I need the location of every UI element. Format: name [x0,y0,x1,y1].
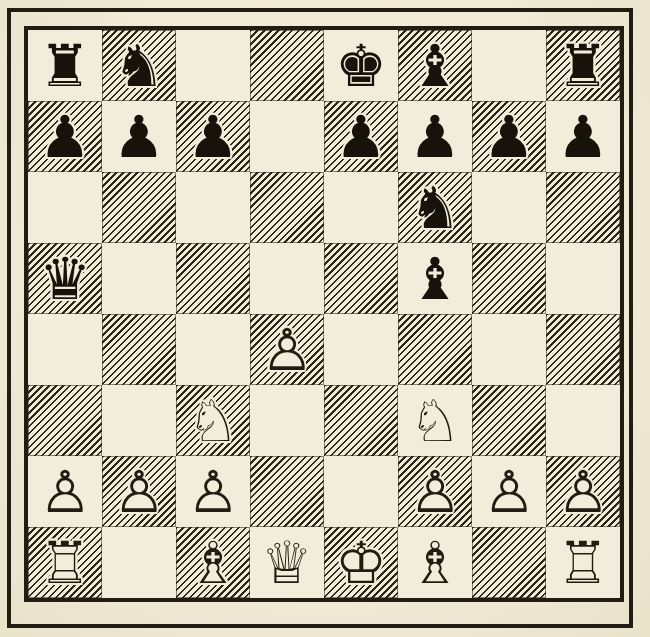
square-c6 [176,172,250,243]
white-pawn-glyph: ♙ [108,460,170,524]
piece-white-pawn: ♟♙ [552,460,614,524]
black-pawn-glyph: ♟ [330,105,392,169]
square-h8: ♜♜ [546,30,620,101]
piece-black-pawn: ♟♟ [404,105,466,169]
square-e8: ♚♚ [324,30,398,101]
square-c4 [176,314,250,385]
square-c1: ♝♗ [176,527,250,598]
square-c7: ♟♟ [176,101,250,172]
square-e4 [324,314,398,385]
square-f4 [398,314,472,385]
square-f7: ♟♟ [398,101,472,172]
square-d6 [250,172,324,243]
square-a7: ♟♟ [28,101,102,172]
piece-black-pawn: ♟♟ [478,105,540,169]
square-h2: ♟♙ [546,456,620,527]
black-pawn-glyph: ♟ [34,105,96,169]
square-c2: ♟♙ [176,456,250,527]
square-a4 [28,314,102,385]
piece-black-rook: ♜♜ [552,34,614,98]
square-b5 [102,243,176,314]
black-pawn-glyph: ♟ [108,105,170,169]
piece-white-pawn: ♟♙ [478,460,540,524]
black-pawn-glyph: ♟ [478,105,540,169]
square-g7: ♟♟ [472,101,546,172]
square-c8 [176,30,250,101]
square-b2: ♟♙ [102,456,176,527]
piece-white-bishop: ♝♗ [404,531,466,595]
piece-white-pawn: ♟♙ [108,460,170,524]
square-f3: ♞♘ [398,385,472,456]
square-d8 [250,30,324,101]
square-a6 [28,172,102,243]
white-rook-glyph: ♖ [34,531,96,595]
square-d4: ♟♙ [250,314,324,385]
piece-black-pawn: ♟♟ [330,105,392,169]
square-b3 [102,385,176,456]
white-king-glyph: ♔ [330,531,392,595]
square-b7: ♟♟ [102,101,176,172]
piece-white-king: ♚♔ [330,531,392,595]
piece-black-bishop: ♝♝ [404,247,466,311]
piece-black-knight: ♞♞ [108,34,170,98]
white-bishop-glyph: ♗ [182,531,244,595]
square-g8 [472,30,546,101]
piece-white-knight: ♞♘ [404,389,466,453]
black-queen-glyph: ♛ [34,247,96,311]
black-knight-glyph: ♞ [404,176,466,240]
square-h3 [546,385,620,456]
square-g6 [472,172,546,243]
piece-white-pawn: ♟♙ [404,460,466,524]
square-h4 [546,314,620,385]
square-a1: ♜♖ [28,527,102,598]
square-g3 [472,385,546,456]
square-d5 [250,243,324,314]
piece-black-knight: ♞♞ [404,176,466,240]
square-b1 [102,527,176,598]
white-pawn-glyph: ♙ [478,460,540,524]
white-pawn-glyph: ♙ [34,460,96,524]
square-h5 [546,243,620,314]
piece-black-pawn: ♟♟ [108,105,170,169]
square-e5 [324,243,398,314]
square-d1: ♛♕ [250,527,324,598]
piece-black-pawn: ♟♟ [182,105,244,169]
square-a5: ♛♛ [28,243,102,314]
black-knight-glyph: ♞ [108,34,170,98]
piece-white-queen: ♛♕ [256,531,318,595]
piece-black-king: ♚♚ [330,34,392,98]
piece-white-rook: ♜♖ [34,531,96,595]
black-pawn-glyph: ♟ [182,105,244,169]
square-e7: ♟♟ [324,101,398,172]
white-pawn-glyph: ♙ [552,460,614,524]
black-rook-glyph: ♜ [34,34,96,98]
square-b4 [102,314,176,385]
square-e1: ♚♔ [324,527,398,598]
square-f6: ♞♞ [398,172,472,243]
white-queen-glyph: ♕ [256,531,318,595]
square-a3 [28,385,102,456]
square-a2: ♟♙ [28,456,102,527]
square-g5 [472,243,546,314]
black-king-glyph: ♚ [330,34,392,98]
piece-white-bishop: ♝♗ [182,531,244,595]
piece-black-bishop: ♝♝ [404,34,466,98]
square-c3: ♞♘ [176,385,250,456]
piece-white-pawn: ♟♙ [256,318,318,382]
square-f8: ♝♝ [398,30,472,101]
square-g1 [472,527,546,598]
square-g2: ♟♙ [472,456,546,527]
square-h6 [546,172,620,243]
square-e3 [324,385,398,456]
square-f5: ♝♝ [398,243,472,314]
piece-black-queen: ♛♛ [34,247,96,311]
piece-white-rook: ♜♖ [552,531,614,595]
white-pawn-glyph: ♙ [182,460,244,524]
black-pawn-glyph: ♟ [552,105,614,169]
white-knight-glyph: ♘ [182,389,244,453]
square-f2: ♟♙ [398,456,472,527]
piece-white-knight: ♞♘ [182,389,244,453]
square-f1: ♝♗ [398,527,472,598]
white-bishop-glyph: ♗ [404,531,466,595]
square-d2 [250,456,324,527]
square-e6 [324,172,398,243]
black-bishop-glyph: ♝ [404,247,466,311]
square-c5 [176,243,250,314]
square-d3 [250,385,324,456]
white-knight-glyph: ♘ [404,389,466,453]
black-pawn-glyph: ♟ [404,105,466,169]
square-a8: ♜♜ [28,30,102,101]
square-h7: ♟♟ [546,101,620,172]
square-g4 [472,314,546,385]
square-b8: ♞♞ [102,30,176,101]
white-rook-glyph: ♖ [552,531,614,595]
square-d7 [250,101,324,172]
black-bishop-glyph: ♝ [404,34,466,98]
square-h1: ♜♖ [546,527,620,598]
white-pawn-glyph: ♙ [404,460,466,524]
piece-black-pawn: ♟♟ [34,105,96,169]
piece-white-pawn: ♟♙ [182,460,244,524]
black-rook-glyph: ♜ [552,34,614,98]
chessboard: ♜♜♞♞♚♚♝♝♜♜♟♟♟♟♟♟♟♟♟♟♟♟♟♟♞♞♛♛♝♝♟♙♞♘♞♘♟♙♟♙… [24,26,624,602]
square-b6 [102,172,176,243]
piece-white-pawn: ♟♙ [34,460,96,524]
white-pawn-glyph: ♙ [256,318,318,382]
piece-black-pawn: ♟♟ [552,105,614,169]
square-e2 [324,456,398,527]
piece-black-rook: ♜♜ [34,34,96,98]
